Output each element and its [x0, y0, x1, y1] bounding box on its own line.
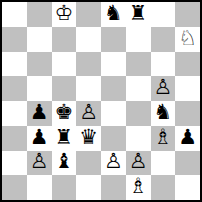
piece-black-king: ♚ — [54, 102, 73, 123]
piece-black-queen: ♛ — [79, 127, 98, 148]
square-c7[interactable] — [52, 27, 77, 52]
square-g3[interactable]: ♗ — [151, 126, 176, 151]
square-g2[interactable] — [151, 151, 176, 176]
square-d1[interactable] — [76, 175, 101, 200]
piece-black-pawn: ♟ — [30, 102, 49, 123]
square-b7[interactable] — [27, 27, 52, 52]
square-h8[interactable] — [175, 2, 200, 27]
square-g7[interactable] — [151, 27, 176, 52]
square-g1[interactable] — [151, 175, 176, 200]
square-d8[interactable] — [76, 2, 101, 27]
piece-black-bishop: ♝ — [54, 151, 73, 172]
piece-white-pawn: ♙ — [153, 77, 172, 98]
square-b4[interactable]: ♟ — [27, 101, 52, 126]
square-a7[interactable] — [2, 27, 27, 52]
square-h1[interactable] — [175, 175, 200, 200]
square-c8[interactable]: ♔ — [52, 2, 77, 27]
square-d2[interactable] — [76, 151, 101, 176]
piece-white-king: ♔ — [54, 3, 73, 24]
square-d3[interactable]: ♛ — [76, 126, 101, 151]
square-e6[interactable] — [101, 52, 126, 77]
square-h7[interactable]: ♘ — [175, 27, 200, 52]
square-e7[interactable] — [101, 27, 126, 52]
square-a4[interactable] — [2, 101, 27, 126]
square-b3[interactable]: ♟ — [27, 126, 52, 151]
square-c1[interactable] — [52, 175, 77, 200]
square-f4[interactable] — [126, 101, 151, 126]
square-b6[interactable] — [27, 52, 52, 77]
square-d5[interactable] — [76, 76, 101, 101]
square-f3[interactable] — [126, 126, 151, 151]
square-e4[interactable] — [101, 101, 126, 126]
piece-white-bishop: ♗ — [129, 176, 148, 197]
square-b8[interactable] — [27, 2, 52, 27]
piece-black-knight: ♞ — [104, 3, 123, 24]
square-g6[interactable] — [151, 52, 176, 77]
square-a2[interactable] — [2, 151, 27, 176]
piece-black-pawn: ♟ — [178, 127, 197, 148]
square-a3[interactable] — [2, 126, 27, 151]
square-e5[interactable] — [101, 76, 126, 101]
piece-white-pawn: ♙ — [79, 102, 98, 123]
square-e8[interactable]: ♞ — [101, 2, 126, 27]
piece-white-pawn: ♙ — [30, 151, 49, 172]
square-c4[interactable]: ♚ — [52, 101, 77, 126]
square-a5[interactable] — [2, 76, 27, 101]
piece-white-pawn: ♙ — [129, 151, 148, 172]
square-h5[interactable] — [175, 76, 200, 101]
piece-black-rook: ♜ — [129, 3, 148, 24]
square-c5[interactable] — [52, 76, 77, 101]
square-f2[interactable]: ♙ — [126, 151, 151, 176]
square-h6[interactable] — [175, 52, 200, 77]
square-e3[interactable] — [101, 126, 126, 151]
square-f1[interactable]: ♗ — [126, 175, 151, 200]
square-e2[interactable]: ♙ — [101, 151, 126, 176]
piece-black-pawn: ♟ — [30, 127, 49, 148]
square-c6[interactable] — [52, 52, 77, 77]
piece-white-bishop: ♗ — [153, 127, 172, 148]
square-a6[interactable] — [2, 52, 27, 77]
square-h2[interactable] — [175, 151, 200, 176]
square-d6[interactable] — [76, 52, 101, 77]
piece-black-rook: ♜ — [54, 127, 73, 148]
square-g4[interactable]: ♞ — [151, 101, 176, 126]
square-a8[interactable] — [2, 2, 27, 27]
piece-black-knight: ♞ — [153, 102, 172, 123]
square-b5[interactable] — [27, 76, 52, 101]
square-f5[interactable] — [126, 76, 151, 101]
square-g8[interactable] — [151, 2, 176, 27]
square-f7[interactable] — [126, 27, 151, 52]
square-h3[interactable]: ♟ — [175, 126, 200, 151]
square-g5[interactable]: ♙ — [151, 76, 176, 101]
square-c2[interactable]: ♝ — [52, 151, 77, 176]
square-e1[interactable] — [101, 175, 126, 200]
square-b1[interactable] — [27, 175, 52, 200]
square-d7[interactable] — [76, 27, 101, 52]
square-c3[interactable]: ♜ — [52, 126, 77, 151]
piece-white-pawn: ♙ — [104, 151, 123, 172]
piece-white-knight: ♘ — [178, 28, 197, 49]
square-f8[interactable]: ♜ — [126, 2, 151, 27]
square-d4[interactable]: ♙ — [76, 101, 101, 126]
square-f6[interactable] — [126, 52, 151, 77]
square-h4[interactable] — [175, 101, 200, 126]
square-b2[interactable]: ♙ — [27, 151, 52, 176]
square-a1[interactable] — [2, 175, 27, 200]
chess-board: ♔♞♜♘♙♟♚♙♞♟♜♛♗♟♙♝♙♙♗ — [0, 0, 202, 202]
